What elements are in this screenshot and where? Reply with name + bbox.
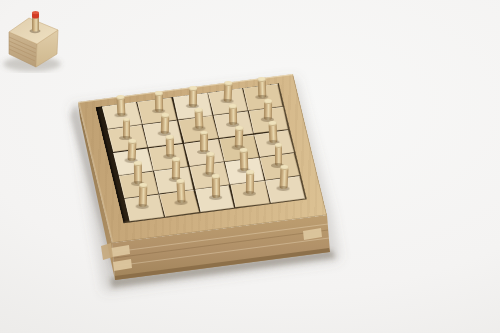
peg[interactable] — [160, 115, 168, 135]
peg[interactable] — [258, 79, 266, 98]
red-peg-tip-cap — [32, 11, 39, 14]
peg[interactable] — [123, 119, 131, 138]
peg[interactable] — [171, 159, 179, 180]
peg[interactable] — [177, 181, 186, 203]
peg[interactable] — [139, 185, 147, 207]
peg[interactable] — [155, 92, 163, 111]
photo-scene — [0, 0, 500, 333]
peg[interactable] — [205, 154, 213, 176]
peg[interactable] — [269, 123, 277, 144]
peg[interactable] — [229, 105, 237, 125]
peg[interactable] — [223, 83, 231, 102]
peg[interactable] — [246, 172, 254, 194]
peg[interactable] — [194, 110, 202, 130]
peg[interactable] — [117, 97, 125, 116]
spare-cube-piece[interactable] — [0, 0, 72, 80]
pegs-layer — [0, 0, 500, 333]
peg[interactable] — [280, 167, 289, 189]
peg[interactable] — [134, 163, 142, 184]
peg[interactable] — [200, 132, 208, 152]
peg[interactable] — [263, 101, 271, 121]
peg[interactable] — [234, 127, 242, 148]
peg[interactable] — [211, 176, 219, 198]
peg[interactable] — [166, 137, 174, 158]
peg[interactable] — [240, 150, 248, 171]
peg[interactable] — [189, 88, 197, 107]
peg[interactable] — [128, 141, 136, 162]
peg[interactable] — [275, 145, 283, 166]
